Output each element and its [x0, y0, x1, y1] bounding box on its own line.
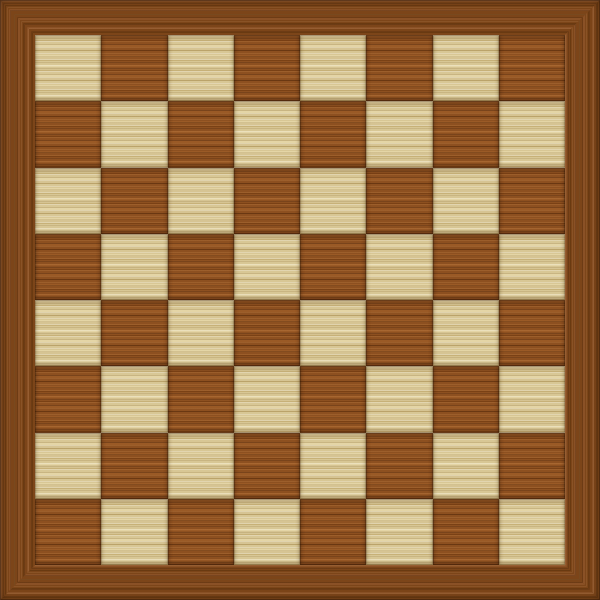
square-c4[interactable]: [168, 300, 234, 366]
square-c2[interactable]: [168, 433, 234, 499]
square-e8[interactable]: [300, 35, 366, 101]
square-h1[interactable]: [499, 499, 565, 565]
square-b8[interactable]: [101, 35, 167, 101]
board-frame-top: [0, 0, 600, 35]
square-g7[interactable]: [433, 101, 499, 167]
board-frame-bottom: [0, 565, 600, 600]
square-d3[interactable]: [234, 366, 300, 432]
square-b2[interactable]: [101, 433, 167, 499]
square-f1[interactable]: [366, 499, 432, 565]
board-frame-right: [565, 0, 600, 600]
square-b6[interactable]: [101, 168, 167, 234]
square-d5[interactable]: [234, 234, 300, 300]
square-a7[interactable]: [35, 101, 101, 167]
square-f2[interactable]: [366, 433, 432, 499]
wooden-chessboard: [0, 0, 600, 600]
square-h5[interactable]: [499, 234, 565, 300]
square-a5[interactable]: [35, 234, 101, 300]
square-g2[interactable]: [433, 433, 499, 499]
square-d7[interactable]: [234, 101, 300, 167]
square-b7[interactable]: [101, 101, 167, 167]
square-g1[interactable]: [433, 499, 499, 565]
square-b4[interactable]: [101, 300, 167, 366]
square-c7[interactable]: [168, 101, 234, 167]
square-h3[interactable]: [499, 366, 565, 432]
square-e4[interactable]: [300, 300, 366, 366]
square-f3[interactable]: [366, 366, 432, 432]
square-e3[interactable]: [300, 366, 366, 432]
square-a6[interactable]: [35, 168, 101, 234]
square-f4[interactable]: [366, 300, 432, 366]
square-c1[interactable]: [168, 499, 234, 565]
square-f8[interactable]: [366, 35, 432, 101]
square-e6[interactable]: [300, 168, 366, 234]
square-a2[interactable]: [35, 433, 101, 499]
square-c8[interactable]: [168, 35, 234, 101]
square-d2[interactable]: [234, 433, 300, 499]
square-f5[interactable]: [366, 234, 432, 300]
square-a4[interactable]: [35, 300, 101, 366]
square-g8[interactable]: [433, 35, 499, 101]
square-h8[interactable]: [499, 35, 565, 101]
square-e5[interactable]: [300, 234, 366, 300]
square-c5[interactable]: [168, 234, 234, 300]
square-h6[interactable]: [499, 168, 565, 234]
square-c6[interactable]: [168, 168, 234, 234]
square-h7[interactable]: [499, 101, 565, 167]
square-f7[interactable]: [366, 101, 432, 167]
square-h4[interactable]: [499, 300, 565, 366]
square-d4[interactable]: [234, 300, 300, 366]
square-c3[interactable]: [168, 366, 234, 432]
square-d1[interactable]: [234, 499, 300, 565]
square-b5[interactable]: [101, 234, 167, 300]
chess-board: [35, 35, 565, 565]
square-g3[interactable]: [433, 366, 499, 432]
square-e1[interactable]: [300, 499, 366, 565]
square-g6[interactable]: [433, 168, 499, 234]
square-a1[interactable]: [35, 499, 101, 565]
square-d8[interactable]: [234, 35, 300, 101]
square-d6[interactable]: [234, 168, 300, 234]
square-f6[interactable]: [366, 168, 432, 234]
square-e2[interactable]: [300, 433, 366, 499]
square-h2[interactable]: [499, 433, 565, 499]
square-g5[interactable]: [433, 234, 499, 300]
square-a8[interactable]: [35, 35, 101, 101]
square-e7[interactable]: [300, 101, 366, 167]
square-a3[interactable]: [35, 366, 101, 432]
square-b3[interactable]: [101, 366, 167, 432]
square-b1[interactable]: [101, 499, 167, 565]
square-g4[interactable]: [433, 300, 499, 366]
board-frame-left: [0, 0, 35, 600]
